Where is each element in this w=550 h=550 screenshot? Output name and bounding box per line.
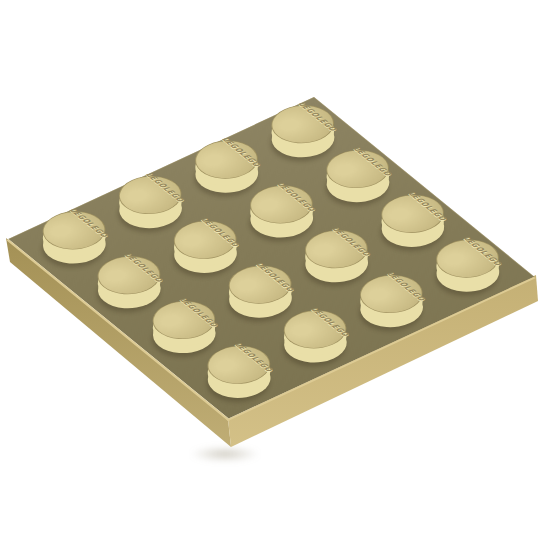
lego-logo-emboss: LEGO <box>237 150 262 168</box>
lego-logo-emboss: LEGO <box>195 311 220 329</box>
stud-grid: LEGOLEGOLEGOLEGOLEGOLEGOLEGOLEGOLEGOLEGO… <box>9 98 534 419</box>
plate-drop-shadow <box>190 446 260 462</box>
lego-logo-emboss: LEGO <box>402 285 427 303</box>
lego-logo-emboss: LEGO <box>347 240 372 258</box>
lego-logo-emboss: LEGO <box>271 275 296 293</box>
lego-logo-emboss: LEGO <box>161 186 186 204</box>
lego-logo-emboss: LEGO <box>85 221 110 239</box>
plate-top-face: LEGOLEGOLEGOLEGOLEGOLEGOLEGOLEGOLEGOLEGO… <box>6 97 536 421</box>
lego-logo-emboss: LEGO <box>292 195 317 213</box>
lego-plate-product-photo: LEGOLEGOLEGOLEGOLEGOLEGOLEGOLEGOLEGOLEGO… <box>0 0 550 550</box>
lego-logo-emboss: LEGO <box>326 320 351 338</box>
lego-logo-emboss: LEGO <box>314 115 339 133</box>
lego-logo-emboss: LEGO <box>369 160 394 178</box>
lego-logo-emboss: LEGO <box>250 355 275 373</box>
lego-logo-emboss: LEGO <box>424 204 449 222</box>
lego-logo-emboss: LEGO <box>216 230 241 248</box>
lego-logo-emboss: LEGO <box>140 266 165 284</box>
lego-logo-emboss: LEGO <box>479 249 504 267</box>
